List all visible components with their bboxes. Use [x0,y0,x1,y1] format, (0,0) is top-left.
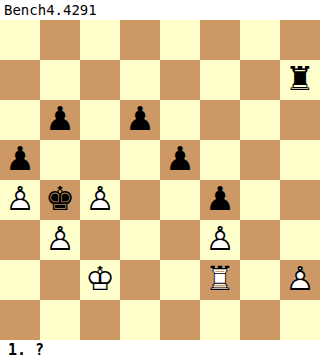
square-h7[interactable]: ♜ [280,60,320,100]
square-c1[interactable] [80,300,120,340]
black-pawn-piece[interactable]: ♟ [160,140,200,180]
square-a2[interactable] [0,260,40,300]
square-a7[interactable] [0,60,40,100]
piece-glyph: ♟ [165,142,195,175]
square-a6[interactable] [0,100,40,140]
square-a1[interactable] [0,300,40,340]
square-a8[interactable] [0,20,40,60]
black-king-piece[interactable]: ♚ [40,180,80,220]
square-f4[interactable]: ♟ [200,180,240,220]
piece-outline: ♙ [85,182,115,215]
black-pawn-piece[interactable]: ♟ [120,100,160,140]
square-d6[interactable]: ♟ [120,100,160,140]
black-rook-piece[interactable]: ♜ [280,60,320,100]
square-b7[interactable] [40,60,80,100]
square-b4[interactable]: ♚ [40,180,80,220]
square-c2[interactable]: ♚♔ [80,260,120,300]
square-d1[interactable] [120,300,160,340]
square-a4[interactable]: ♟♙ [0,180,40,220]
square-b1[interactable] [40,300,80,340]
piece-glyph: ♜ [285,62,315,95]
square-d3[interactable] [120,220,160,260]
square-g1[interactable] [240,300,280,340]
square-c4[interactable]: ♟♙ [80,180,120,220]
square-c5[interactable] [80,140,120,180]
board: ♜♟♟♟♟♟♙♚♟♙♟♟♙♟♙♚♔♜♖♟♙ [0,20,320,340]
square-f6[interactable] [200,100,240,140]
square-f2[interactable]: ♜♖ [200,260,240,300]
black-pawn-piece[interactable]: ♟ [0,140,40,180]
white-king-piece[interactable]: ♚♔ [80,260,120,300]
white-pawn-piece[interactable]: ♟♙ [0,180,40,220]
square-h4[interactable] [280,180,320,220]
square-e3[interactable] [160,220,200,260]
square-e6[interactable] [160,100,200,140]
square-h5[interactable] [280,140,320,180]
square-c7[interactable] [80,60,120,100]
piece-outline: ♙ [285,262,315,295]
black-pawn-piece[interactable]: ♟ [200,180,240,220]
white-pawn-piece[interactable]: ♟♙ [80,180,120,220]
square-h8[interactable] [280,20,320,60]
piece-outline: ♙ [5,182,35,215]
piece-glyph: ♚ [45,182,75,215]
square-g6[interactable] [240,100,280,140]
square-b2[interactable] [40,260,80,300]
white-pawn-piece[interactable]: ♟♙ [40,220,80,260]
square-g5[interactable] [240,140,280,180]
square-f1[interactable] [200,300,240,340]
square-e1[interactable] [160,300,200,340]
square-c3[interactable] [80,220,120,260]
square-f3[interactable]: ♟♙ [200,220,240,260]
square-a5[interactable]: ♟ [0,140,40,180]
square-d7[interactable] [120,60,160,100]
piece-glyph: ♟ [125,102,155,135]
page-title: Bench4.4291 [4,2,97,18]
piece-glyph: ♟ [45,102,75,135]
square-f8[interactable] [200,20,240,60]
square-e7[interactable] [160,60,200,100]
square-e5[interactable]: ♟ [160,140,200,180]
piece-outline: ♙ [205,222,235,255]
square-d4[interactable] [120,180,160,220]
square-g4[interactable] [240,180,280,220]
square-h1[interactable] [280,300,320,340]
square-g3[interactable] [240,220,280,260]
square-a3[interactable] [0,220,40,260]
square-d2[interactable] [120,260,160,300]
piece-outline: ♙ [45,222,75,255]
square-e4[interactable] [160,180,200,220]
square-g2[interactable] [240,260,280,300]
square-b5[interactable] [40,140,80,180]
square-c8[interactable] [80,20,120,60]
square-e8[interactable] [160,20,200,60]
square-d8[interactable] [120,20,160,60]
move-prompt: 1. ? [8,341,44,359]
piece-glyph: ♟ [205,182,235,215]
square-g8[interactable] [240,20,280,60]
white-pawn-piece[interactable]: ♟♙ [200,220,240,260]
square-d5[interactable] [120,140,160,180]
square-h3[interactable] [280,220,320,260]
black-pawn-piece[interactable]: ♟ [40,100,80,140]
piece-outline: ♖ [205,262,235,295]
square-g7[interactable] [240,60,280,100]
square-h2[interactable]: ♟♙ [280,260,320,300]
square-b3[interactable]: ♟♙ [40,220,80,260]
square-b8[interactable] [40,20,80,60]
white-pawn-piece[interactable]: ♟♙ [280,260,320,300]
square-c6[interactable] [80,100,120,140]
piece-outline: ♔ [85,262,115,295]
piece-glyph: ♟ [5,142,35,175]
square-f7[interactable] [200,60,240,100]
square-e2[interactable] [160,260,200,300]
square-h6[interactable] [280,100,320,140]
square-f5[interactable] [200,140,240,180]
square-b6[interactable]: ♟ [40,100,80,140]
white-rook-piece[interactable]: ♜♖ [200,260,240,300]
